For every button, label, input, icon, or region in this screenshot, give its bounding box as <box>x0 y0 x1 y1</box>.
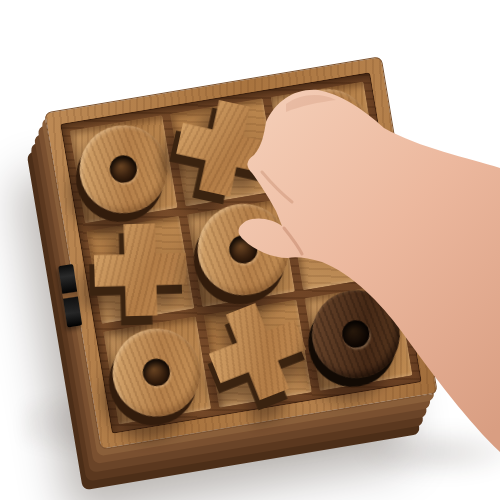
product-photo-scene <box>0 0 500 500</box>
hand <box>0 0 500 500</box>
hand-silhouette <box>238 90 500 452</box>
